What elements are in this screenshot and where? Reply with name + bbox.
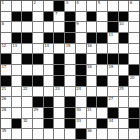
- letter-cell[interactable]: [119, 1, 129, 11]
- black-cell: [54, 54, 64, 64]
- letter-cell[interactable]: 22: [22, 87, 32, 97]
- clue-number: 10: [119, 22, 124, 26]
- letter-cell[interactable]: [22, 22, 32, 32]
- clue-number: 15: [66, 44, 71, 48]
- black-cell: [12, 33, 22, 43]
- letter-cell[interactable]: 27: [108, 97, 118, 107]
- letter-cell[interactable]: [22, 129, 32, 139]
- letter-cell[interactable]: 21: [1, 87, 11, 97]
- black-cell: [33, 76, 43, 86]
- letter-cell[interactable]: [33, 22, 43, 32]
- letter-cell[interactable]: 25: [119, 87, 129, 97]
- letter-cell[interactable]: 10: [119, 22, 129, 32]
- letter-cell[interactable]: 13: [12, 44, 22, 54]
- black-cell: [119, 12, 129, 22]
- black-cell: [76, 54, 86, 64]
- clue-number: 33: [76, 119, 81, 123]
- letter-cell[interactable]: 34: [108, 119, 118, 129]
- clue-number: 7: [55, 12, 57, 16]
- black-cell: [97, 54, 107, 64]
- letter-cell[interactable]: [22, 44, 32, 54]
- letter-cell[interactable]: [129, 129, 139, 139]
- clue-number: 2: [34, 1, 36, 5]
- clue-number: 29: [34, 108, 39, 112]
- black-cell: [33, 97, 43, 107]
- letter-cell[interactable]: [65, 87, 75, 97]
- letter-cell[interactable]: 18: [87, 65, 97, 75]
- black-cell: [129, 65, 139, 75]
- clue-number: 34: [108, 119, 113, 123]
- black-cell: [22, 76, 32, 86]
- letter-cell[interactable]: [108, 129, 118, 139]
- letter-cell[interactable]: [54, 108, 64, 118]
- letter-cell[interactable]: 33: [76, 119, 86, 129]
- letter-cell[interactable]: 20: [129, 76, 139, 86]
- letter-cell[interactable]: [54, 22, 64, 32]
- letter-cell[interactable]: 28: [1, 108, 11, 118]
- clue-number: 27: [108, 97, 113, 101]
- letter-cell[interactable]: [97, 65, 107, 75]
- letter-cell[interactable]: [33, 129, 43, 139]
- letter-cell[interactable]: [87, 87, 97, 97]
- black-cell: [54, 65, 64, 75]
- letter-cell[interactable]: [22, 1, 32, 11]
- letter-cell[interactable]: [87, 76, 97, 86]
- black-cell: [65, 33, 75, 43]
- clue-number: 26: [2, 97, 7, 101]
- letter-cell[interactable]: [65, 76, 75, 86]
- letter-cell[interactable]: 4: [76, 1, 86, 11]
- clue-number: 5: [98, 1, 100, 5]
- letter-cell[interactable]: [1, 12, 11, 22]
- letter-cell[interactable]: 23: [54, 87, 64, 97]
- letter-cell[interactable]: [65, 129, 75, 139]
- clue-number: 30: [76, 108, 81, 112]
- letter-cell[interactable]: 9: [76, 22, 86, 32]
- clue-number: 11: [108, 33, 113, 37]
- letter-cell[interactable]: [97, 108, 107, 118]
- black-cell: [97, 33, 107, 43]
- letter-cell[interactable]: [97, 44, 107, 54]
- black-cell: [65, 22, 75, 32]
- letter-cell[interactable]: [44, 22, 54, 32]
- black-cell: [44, 119, 54, 129]
- crossword-grid: 1234567891011121314151617181920212223242…: [0, 0, 140, 140]
- letter-cell[interactable]: [76, 12, 86, 22]
- black-cell: [97, 97, 107, 107]
- letter-cell[interactable]: [1, 119, 11, 129]
- clue-number: 14: [44, 44, 49, 48]
- letter-cell[interactable]: [108, 1, 118, 11]
- letter-cell[interactable]: [33, 119, 43, 129]
- black-cell: [129, 108, 139, 118]
- clue-number: 9: [76, 22, 78, 26]
- letter-cell[interactable]: [54, 119, 64, 129]
- letter-cell[interactable]: [87, 54, 97, 64]
- black-cell: [119, 33, 129, 43]
- black-cell: [108, 108, 118, 118]
- letter-cell[interactable]: [108, 76, 118, 86]
- letter-cell[interactable]: [97, 12, 107, 22]
- letter-cell[interactable]: [12, 1, 22, 11]
- letter-cell[interactable]: [12, 87, 22, 97]
- letter-cell[interactable]: [22, 108, 32, 118]
- letter-cell[interactable]: [12, 65, 22, 75]
- letter-cell[interactable]: [87, 119, 97, 129]
- letter-cell[interactable]: 7: [54, 12, 64, 22]
- letter-cell[interactable]: [33, 33, 43, 43]
- letter-cell[interactable]: [12, 129, 22, 139]
- clue-number: 6: [130, 1, 132, 5]
- black-cell: [1, 76, 11, 86]
- letter-cell[interactable]: [76, 33, 86, 43]
- letter-cell[interactable]: 5: [97, 1, 107, 11]
- letter-cell[interactable]: 1: [1, 1, 11, 11]
- black-cell: [12, 12, 22, 22]
- black-cell: [76, 129, 86, 139]
- letter-cell[interactable]: [119, 44, 129, 54]
- letter-cell[interactable]: [129, 87, 139, 97]
- letter-cell[interactable]: [108, 87, 118, 97]
- letter-cell[interactable]: [22, 97, 32, 107]
- letter-cell[interactable]: [129, 97, 139, 107]
- black-cell: [97, 119, 107, 129]
- clue-number: 28: [2, 108, 7, 112]
- black-cell: [44, 33, 54, 43]
- letter-cell[interactable]: [129, 33, 139, 43]
- letter-cell[interactable]: [33, 65, 43, 75]
- black-cell: [44, 108, 54, 118]
- letter-cell[interactable]: [119, 119, 129, 129]
- clue-number: 24: [76, 87, 81, 91]
- letter-cell[interactable]: [97, 87, 107, 97]
- clue-number: 22: [23, 87, 28, 91]
- letter-cell[interactable]: [12, 22, 22, 32]
- letter-cell[interactable]: [33, 44, 43, 54]
- clue-number: 36: [87, 129, 92, 133]
- letter-cell[interactable]: 3: [65, 1, 75, 11]
- clue-number: 23: [55, 87, 60, 91]
- letter-cell[interactable]: [129, 12, 139, 22]
- letter-cell[interactable]: [129, 22, 139, 32]
- black-cell: [65, 108, 75, 118]
- clue-number: 19: [108, 65, 113, 69]
- letter-cell[interactable]: [119, 129, 129, 139]
- letter-cell[interactable]: 12: [1, 44, 11, 54]
- letter-cell[interactable]: [12, 54, 22, 64]
- letter-cell[interactable]: [12, 108, 22, 118]
- clue-number: 8: [2, 22, 4, 26]
- black-cell: [22, 33, 32, 43]
- letter-cell[interactable]: [65, 54, 75, 64]
- letter-cell[interactable]: 36: [87, 129, 97, 139]
- letter-cell[interactable]: 15: [65, 44, 75, 54]
- black-cell: [44, 97, 54, 107]
- letter-cell[interactable]: [44, 1, 54, 11]
- letter-cell[interactable]: [119, 97, 129, 107]
- letter-cell[interactable]: 16: [87, 44, 97, 54]
- black-cell: [54, 1, 64, 11]
- black-cell: [33, 54, 43, 64]
- clue-number: 17: [2, 65, 7, 69]
- black-cell: [108, 54, 118, 64]
- letter-cell[interactable]: [22, 65, 32, 75]
- letter-cell[interactable]: [44, 65, 54, 75]
- letter-cell[interactable]: 6: [129, 1, 139, 11]
- clue-number: 4: [76, 1, 78, 5]
- black-cell: [119, 76, 129, 86]
- black-cell: [76, 65, 86, 75]
- black-cell: [54, 76, 64, 86]
- letter-cell[interactable]: [97, 22, 107, 32]
- letter-cell[interactable]: 8: [1, 22, 11, 32]
- clue-number: 25: [119, 87, 124, 91]
- letter-cell[interactable]: [119, 108, 129, 118]
- clue-number: 31: [87, 108, 92, 112]
- black-cell: [87, 33, 97, 43]
- black-cell: [119, 54, 129, 64]
- letter-cell[interactable]: 26: [1, 97, 11, 107]
- letter-cell[interactable]: 14: [44, 44, 54, 54]
- letter-cell[interactable]: 32: [22, 119, 32, 129]
- letter-cell[interactable]: 11: [108, 33, 118, 43]
- clue-number: 13: [12, 44, 17, 48]
- letter-cell[interactable]: 31: [87, 108, 97, 118]
- black-cell: [87, 12, 97, 22]
- black-cell: [108, 22, 118, 32]
- black-cell: [54, 33, 64, 43]
- black-cell: [65, 12, 75, 22]
- black-cell: [44, 12, 54, 22]
- letter-cell[interactable]: [87, 1, 97, 11]
- letter-cell[interactable]: 30: [76, 108, 86, 118]
- clue-number: 35: [2, 129, 7, 133]
- letter-cell[interactable]: 35: [1, 129, 11, 139]
- letter-cell[interactable]: [129, 54, 139, 64]
- black-cell: [129, 119, 139, 129]
- letter-cell[interactable]: [44, 129, 54, 139]
- letter-cell[interactable]: [129, 44, 139, 54]
- black-cell: [65, 97, 75, 107]
- clue-number: 3: [66, 1, 68, 5]
- black-cell: [108, 12, 118, 22]
- letter-cell[interactable]: [54, 97, 64, 107]
- black-cell: [22, 12, 32, 22]
- letter-cell[interactable]: 29: [33, 108, 43, 118]
- letter-cell[interactable]: [12, 97, 22, 107]
- clue-number: 18: [87, 65, 92, 69]
- clue-number: 12: [2, 44, 7, 48]
- letter-cell[interactable]: [65, 65, 75, 75]
- letter-cell[interactable]: [44, 87, 54, 97]
- black-cell: [87, 97, 97, 107]
- letter-cell[interactable]: [119, 65, 129, 75]
- letter-cell[interactable]: [76, 44, 86, 54]
- letter-cell[interactable]: 24: [76, 87, 86, 97]
- letter-cell[interactable]: 17: [1, 65, 11, 75]
- black-cell: [12, 119, 22, 129]
- clue-number: 32: [23, 119, 28, 123]
- black-cell: [22, 54, 32, 64]
- black-cell: [97, 76, 107, 86]
- letter-cell[interactable]: [12, 76, 22, 86]
- clue-number: 21: [2, 87, 7, 91]
- letter-cell[interactable]: [44, 54, 54, 64]
- clue-number: 1: [2, 1, 4, 5]
- letter-cell[interactable]: [76, 97, 86, 107]
- letter-cell[interactable]: [54, 129, 64, 139]
- letter-cell[interactable]: [108, 44, 118, 54]
- letter-cell[interactable]: [1, 33, 11, 43]
- black-cell: [65, 119, 75, 129]
- black-cell: [1, 54, 11, 64]
- clue-number: 16: [87, 44, 92, 48]
- letter-cell[interactable]: [54, 44, 64, 54]
- letter-cell[interactable]: [44, 76, 54, 86]
- letter-cell[interactable]: [87, 22, 97, 32]
- black-cell: [76, 76, 86, 86]
- letter-cell[interactable]: [33, 87, 43, 97]
- letter-cell[interactable]: [33, 12, 43, 22]
- letter-cell[interactable]: 19: [108, 65, 118, 75]
- clue-number: 20: [130, 76, 135, 80]
- letter-cell[interactable]: [97, 129, 107, 139]
- letter-cell[interactable]: 2: [33, 1, 43, 11]
